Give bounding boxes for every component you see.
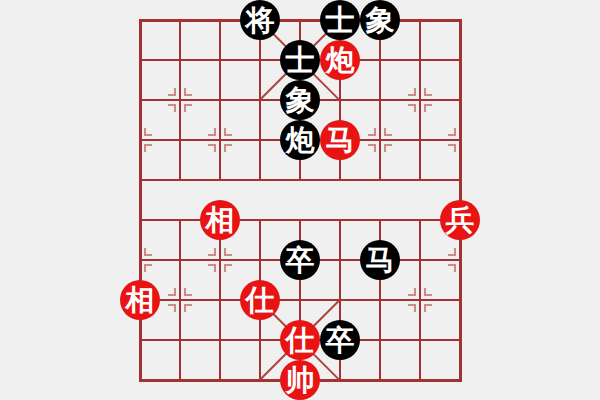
black-cannon[interactable]: 炮: [280, 120, 320, 160]
black-advisor[interactable]: 士: [320, 0, 360, 40]
red-general[interactable]: 帅: [280, 360, 320, 400]
xiangqi-board: 将士象士炮象炮马相兵卒马相仕仕卒帅: [0, 0, 600, 400]
black-pawn[interactable]: 卒: [320, 320, 360, 360]
red-advisor[interactable]: 仕: [240, 280, 280, 320]
black-advisor[interactable]: 士: [280, 40, 320, 80]
red-horse[interactable]: 马: [320, 120, 360, 160]
black-pawn[interactable]: 卒: [280, 240, 320, 280]
black-horse[interactable]: 马: [360, 240, 400, 280]
piece-grid: 将士象士炮象炮马相兵卒马相仕仕卒帅: [120, 0, 480, 400]
red-elephant[interactable]: 相: [200, 200, 240, 240]
black-elephant[interactable]: 象: [360, 0, 400, 40]
red-cannon[interactable]: 炮: [320, 40, 360, 80]
red-advisor[interactable]: 仕: [280, 320, 320, 360]
red-elephant[interactable]: 相: [120, 280, 160, 320]
black-elephant[interactable]: 象: [280, 80, 320, 120]
black-general[interactable]: 将: [240, 0, 280, 40]
red-pawn[interactable]: 兵: [440, 200, 480, 240]
